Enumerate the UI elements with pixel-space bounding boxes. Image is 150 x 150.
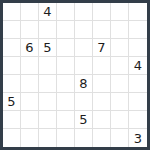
- cell-r3c8[interactable]: [129, 39, 147, 57]
- cell-r2c5[interactable]: [75, 21, 93, 39]
- cell-r5c6[interactable]: [93, 75, 111, 93]
- cell-r7c3[interactable]: [39, 111, 57, 129]
- cell-r7c2[interactable]: [21, 111, 39, 129]
- cell-r1c1[interactable]: [3, 3, 21, 21]
- cell-r3c6[interactable]: 7: [93, 39, 111, 57]
- cell-r6c6[interactable]: [93, 93, 111, 111]
- cell-r3c1[interactable]: [3, 39, 21, 57]
- given-digit: 4: [134, 59, 142, 72]
- cell-r8c3[interactable]: [39, 129, 57, 147]
- cell-r7c1[interactable]: [3, 111, 21, 129]
- cell-r6c2[interactable]: [21, 93, 39, 111]
- cell-r1c4[interactable]: [57, 3, 75, 21]
- cell-r7c4[interactable]: [57, 111, 75, 129]
- cell-r4c4[interactable]: [57, 57, 75, 75]
- cell-r7c8[interactable]: [129, 111, 147, 129]
- cell-r4c8[interactable]: 4: [129, 57, 147, 75]
- cell-r4c7[interactable]: [111, 57, 129, 75]
- cell-r5c4[interactable]: [57, 75, 75, 93]
- cell-r5c1[interactable]: [3, 75, 21, 93]
- given-digit: 4: [43, 5, 51, 18]
- cell-r8c5[interactable]: [75, 129, 93, 147]
- cell-r4c3[interactable]: [39, 57, 57, 75]
- cell-r2c4[interactable]: [57, 21, 75, 39]
- cell-r6c4[interactable]: [57, 93, 75, 111]
- cell-r3c3[interactable]: 5: [39, 39, 57, 57]
- cell-r1c3[interactable]: 4: [39, 3, 57, 21]
- cell-r2c3[interactable]: [39, 21, 57, 39]
- cell-r2c1[interactable]: [3, 21, 21, 39]
- cell-r2c8[interactable]: [129, 21, 147, 39]
- cell-r6c7[interactable]: [111, 93, 129, 111]
- given-digit: 8: [79, 77, 87, 90]
- cell-r1c6[interactable]: [93, 3, 111, 21]
- cell-r7c6[interactable]: [93, 111, 111, 129]
- cell-r1c8[interactable]: [129, 3, 147, 21]
- cell-r4c2[interactable]: [21, 57, 39, 75]
- cell-r8c7[interactable]: [111, 129, 129, 147]
- cell-r6c5[interactable]: [75, 93, 93, 111]
- cell-r8c8[interactable]: 3: [129, 129, 147, 147]
- cell-r4c5[interactable]: [75, 57, 93, 75]
- cell-r5c2[interactable]: [21, 75, 39, 93]
- cell-r7c7[interactable]: [111, 111, 129, 129]
- cell-r8c1[interactable]: [3, 129, 21, 147]
- cell-r4c1[interactable]: [3, 57, 21, 75]
- cell-r7c5[interactable]: 5: [75, 111, 93, 129]
- given-digit: 3: [134, 132, 142, 145]
- cell-r8c6[interactable]: [93, 129, 111, 147]
- cell-r1c2[interactable]: [21, 3, 39, 21]
- given-digit: 7: [97, 41, 105, 54]
- cell-r3c4[interactable]: [57, 39, 75, 57]
- cell-r5c3[interactable]: [39, 75, 57, 93]
- given-digit: 5: [7, 95, 15, 108]
- cell-r6c3[interactable]: [39, 93, 57, 111]
- cell-r1c5[interactable]: [75, 3, 93, 21]
- cell-r3c7[interactable]: [111, 39, 129, 57]
- cell-r8c4[interactable]: [57, 129, 75, 147]
- given-digit: 6: [25, 41, 33, 54]
- cell-r6c1[interactable]: 5: [3, 93, 21, 111]
- puzzle-board: 465748553: [0, 0, 150, 150]
- given-digit: 5: [79, 113, 87, 126]
- cell-r4c6[interactable]: [93, 57, 111, 75]
- cell-r3c2[interactable]: 6: [21, 39, 39, 57]
- cell-r5c8[interactable]: [129, 75, 147, 93]
- cell-r2c2[interactable]: [21, 21, 39, 39]
- cell-r5c5[interactable]: 8: [75, 75, 93, 93]
- cell-r8c2[interactable]: [21, 129, 39, 147]
- cell-r1c7[interactable]: [111, 3, 129, 21]
- cell-r6c8[interactable]: [129, 93, 147, 111]
- cell-r2c7[interactable]: [111, 21, 129, 39]
- cell-r3c5[interactable]: [75, 39, 93, 57]
- given-digit: 5: [43, 41, 51, 54]
- cell-r5c7[interactable]: [111, 75, 129, 93]
- cell-r2c6[interactable]: [93, 21, 111, 39]
